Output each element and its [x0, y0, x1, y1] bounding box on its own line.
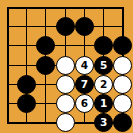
board-point-7-1[interactable]: [113, 0, 132, 17]
white-stone-move-2: 2: [94, 75, 113, 94]
board-point-6-2[interactable]: [94, 17, 113, 36]
board-point-2-1[interactable]: [17, 0, 36, 17]
board-point-6-3[interactable]: [94, 36, 113, 55]
board-point-3-5[interactable]: [36, 75, 55, 94]
black-stone: [17, 94, 36, 113]
board-point-2-3[interactable]: [17, 36, 36, 55]
board-point-4-6[interactable]: [56, 94, 75, 113]
board-point-7-5[interactable]: [113, 75, 132, 94]
board-point-1-7[interactable]: [0, 113, 17, 132]
black-stone: [113, 36, 132, 55]
board-point-7-6[interactable]: [113, 94, 132, 113]
board-point-3-4[interactable]: [36, 56, 55, 75]
board-point-5-2[interactable]: [75, 17, 94, 36]
board-point-1-6[interactable]: [0, 94, 17, 113]
board-point-6-1[interactable]: [94, 0, 113, 17]
board-point-5-7[interactable]: [75, 113, 94, 132]
black-stone: [75, 17, 94, 36]
white-stone: [113, 56, 132, 75]
board-point-6-4[interactable]: 5: [94, 56, 113, 75]
board-point-3-7[interactable]: [36, 113, 55, 132]
black-stone: [17, 75, 36, 94]
board-point-2-6[interactable]: [17, 94, 36, 113]
board-point-4-3[interactable]: [56, 36, 75, 55]
black-stone: [94, 36, 113, 55]
board-point-1-3[interactable]: [0, 36, 17, 55]
black-stone-move-7: 7: [75, 75, 94, 94]
board-point-4-5[interactable]: [56, 75, 75, 94]
board-point-4-4[interactable]: [56, 56, 75, 75]
black-stone: [56, 17, 75, 36]
white-stone: [56, 56, 75, 75]
board-point-7-3[interactable]: [113, 36, 132, 55]
board-point-5-1[interactable]: [75, 0, 94, 17]
white-stone: [56, 75, 75, 94]
white-stone-move-6: 6: [75, 94, 94, 113]
board-point-2-2[interactable]: [17, 17, 36, 36]
board-point-7-2[interactable]: [113, 17, 132, 36]
board-point-7-4[interactable]: [113, 56, 132, 75]
black-stone: [36, 36, 55, 55]
board-point-4-2[interactable]: [56, 17, 75, 36]
board-point-5-5[interactable]: 7: [75, 75, 94, 94]
board-grid: 4572613: [0, 0, 132, 132]
go-diagram: 4572613: [0, 0, 133, 133]
black-stone-move-1: 1: [94, 94, 113, 113]
board-point-4-1[interactable]: [56, 0, 75, 17]
white-stone: [113, 75, 132, 94]
board-point-2-5[interactable]: [17, 75, 36, 94]
white-stone: [56, 94, 75, 113]
white-stone: [56, 113, 75, 132]
board-point-1-4[interactable]: [0, 56, 17, 75]
board-point-2-4[interactable]: [17, 56, 36, 75]
board-point-3-3[interactable]: [36, 36, 55, 55]
board-point-5-4[interactable]: 4: [75, 56, 94, 75]
board-point-1-5[interactable]: [0, 75, 17, 94]
white-stone-move-4: 4: [75, 56, 94, 75]
board-point-2-7[interactable]: [17, 113, 36, 132]
board-point-6-6[interactable]: 1: [94, 94, 113, 113]
white-stone: [113, 94, 132, 113]
go-board: 4572613: [0, 0, 133, 133]
black-stone-move-3: 3: [94, 113, 113, 132]
black-stone: [113, 113, 132, 132]
board-point-3-6[interactable]: [36, 94, 55, 113]
board-point-3-2[interactable]: [36, 17, 55, 36]
board-point-1-1[interactable]: [0, 0, 17, 17]
board-point-5-6[interactable]: 6: [75, 94, 94, 113]
black-stone-move-5: 5: [94, 56, 113, 75]
black-stone: [36, 56, 55, 75]
board-point-4-7[interactable]: [56, 113, 75, 132]
board-point-7-7[interactable]: [113, 113, 132, 132]
board-point-3-1[interactable]: [36, 0, 55, 17]
board-point-5-3[interactable]: [75, 36, 94, 55]
board-point-1-2[interactable]: [0, 17, 17, 36]
board-point-6-5[interactable]: 2: [94, 75, 113, 94]
board-point-6-7[interactable]: 3: [94, 113, 113, 132]
